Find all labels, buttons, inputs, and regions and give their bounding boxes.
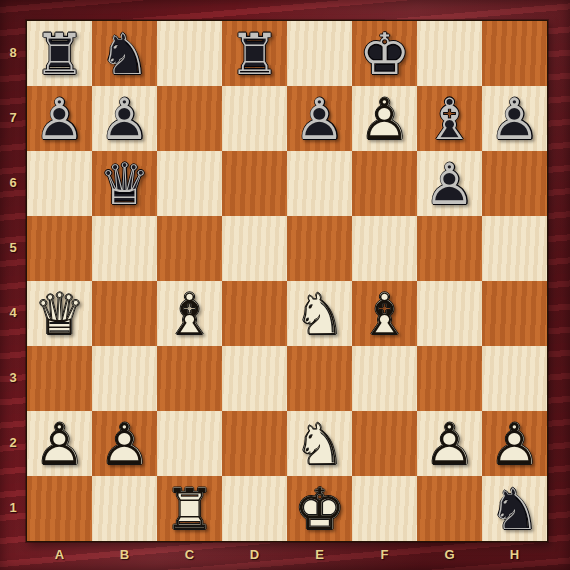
file-label-e: E [287, 542, 352, 568]
square-h4[interactable] [482, 281, 547, 346]
square-f1[interactable] [352, 476, 417, 541]
piece-white-pawn-b2[interactable]: ♟♙ [92, 411, 157, 476]
piece-black-pawn-a7[interactable]: ♟♙ [27, 86, 92, 151]
file-label-a: A [27, 542, 92, 568]
piece-black-bishop-g7[interactable]: ♝♗ [417, 86, 482, 151]
square-h7[interactable]: ♟♙ [482, 86, 547, 151]
rook-detail-icon: ♖ [157, 476, 222, 541]
black-rook-icon: ♜ [222, 21, 287, 86]
rank-label-1: 1 [0, 475, 26, 540]
square-d4[interactable] [222, 281, 287, 346]
black-rook-icon: ♜ [27, 21, 92, 86]
piece-white-pawn-g2[interactable]: ♟♙ [417, 411, 482, 476]
white-bishop-icon: ♝ [157, 281, 222, 346]
square-e3[interactable] [287, 346, 352, 411]
square-a2[interactable]: ♟♙ [27, 411, 92, 476]
square-e2[interactable]: ♞♘ [287, 411, 352, 476]
square-b4[interactable] [92, 281, 157, 346]
pawn-detail-icon: ♙ [27, 411, 92, 476]
black-bishop-icon: ♝ [417, 86, 482, 151]
piece-white-rook-c1[interactable]: ♜♖ [157, 476, 222, 541]
square-h6[interactable] [482, 151, 547, 216]
square-c4[interactable]: ♝♗ [157, 281, 222, 346]
white-bishop-icon: ♝ [352, 281, 417, 346]
piece-black-rook-a8[interactable]: ♜♖ [27, 21, 92, 86]
square-h1[interactable]: ♞♘ [482, 476, 547, 541]
file-label-d: D [222, 542, 287, 568]
piece-black-king-f8[interactable]: ♚♔ [352, 21, 417, 86]
rank-label-5: 5 [0, 215, 26, 280]
square-b3[interactable] [92, 346, 157, 411]
square-f6[interactable] [352, 151, 417, 216]
bishop-detail-icon: ♗ [157, 281, 222, 346]
square-h5[interactable] [482, 216, 547, 281]
rank-label-7: 7 [0, 85, 26, 150]
square-g8[interactable] [417, 21, 482, 86]
square-g7[interactable]: ♝♗ [417, 86, 482, 151]
square-d8[interactable]: ♜♖ [222, 21, 287, 86]
rank-label-8: 8 [0, 20, 26, 85]
square-b5[interactable] [92, 216, 157, 281]
file-label-h: H [482, 542, 547, 568]
white-knight-icon: ♞ [287, 411, 352, 476]
white-pawn-icon: ♟ [417, 411, 482, 476]
chess-board-frame: ♜♖♞♘♜♖♚♔♟♙♟♙♟♙♟♙♝♗♟♙♛♕♟♙♛♕♝♗♞♘♝♗♟♙♟♙♞♘♟♙… [0, 0, 570, 570]
square-a1[interactable] [27, 476, 92, 541]
piece-black-queen-b6[interactable]: ♛♕ [92, 151, 157, 216]
black-pawn-icon: ♟ [482, 86, 547, 151]
square-e4[interactable]: ♞♘ [287, 281, 352, 346]
pawn-detail-icon: ♙ [352, 86, 417, 151]
square-f8[interactable]: ♚♔ [352, 21, 417, 86]
queen-detail-icon: ♕ [27, 281, 92, 346]
square-g6[interactable]: ♟♙ [417, 151, 482, 216]
white-king-icon: ♚ [287, 476, 352, 541]
square-c2[interactable] [157, 411, 222, 476]
pawn-detail-icon: ♙ [92, 411, 157, 476]
square-d5[interactable] [222, 216, 287, 281]
square-e6[interactable] [287, 151, 352, 216]
file-label-b: B [92, 542, 157, 568]
square-b6[interactable]: ♛♕ [92, 151, 157, 216]
square-b7[interactable]: ♟♙ [92, 86, 157, 151]
bishop-detail-icon: ♗ [417, 86, 482, 151]
square-h2[interactable]: ♟♙ [482, 411, 547, 476]
queen-detail-icon: ♕ [92, 151, 157, 216]
black-knight-icon: ♞ [92, 21, 157, 86]
square-h3[interactable] [482, 346, 547, 411]
square-c6[interactable] [157, 151, 222, 216]
rank-label-2: 2 [0, 410, 26, 475]
piece-black-knight-b8[interactable]: ♞♘ [92, 21, 157, 86]
file-label-c: C [157, 542, 222, 568]
square-b2[interactable]: ♟♙ [92, 411, 157, 476]
square-g2[interactable]: ♟♙ [417, 411, 482, 476]
piece-black-pawn-b7[interactable]: ♟♙ [92, 86, 157, 151]
piece-black-rook-d8[interactable]: ♜♖ [222, 21, 287, 86]
piece-black-pawn-h7[interactable]: ♟♙ [482, 86, 547, 151]
black-pawn-icon: ♟ [27, 86, 92, 151]
black-queen-icon: ♛ [92, 151, 157, 216]
piece-white-pawn-f7[interactable]: ♟♙ [352, 86, 417, 151]
black-knight-icon: ♞ [482, 476, 547, 541]
white-pawn-icon: ♟ [352, 86, 417, 151]
square-a7[interactable]: ♟♙ [27, 86, 92, 151]
piece-white-bishop-f4[interactable]: ♝♗ [352, 281, 417, 346]
knight-detail-icon: ♘ [287, 281, 352, 346]
white-knight-icon: ♞ [287, 281, 352, 346]
piece-white-king-e1[interactable]: ♚♔ [287, 476, 352, 541]
square-a5[interactable] [27, 216, 92, 281]
square-d2[interactable] [222, 411, 287, 476]
pawn-detail-icon: ♙ [92, 86, 157, 151]
king-detail-icon: ♔ [352, 21, 417, 86]
rook-detail-icon: ♖ [27, 21, 92, 86]
piece-white-pawn-a2[interactable]: ♟♙ [27, 411, 92, 476]
square-b1[interactable] [92, 476, 157, 541]
square-f3[interactable] [352, 346, 417, 411]
king-detail-icon: ♔ [287, 476, 352, 541]
white-pawn-icon: ♟ [482, 411, 547, 476]
white-pawn-icon: ♟ [92, 411, 157, 476]
pawn-detail-icon: ♙ [482, 411, 547, 476]
black-pawn-icon: ♟ [92, 86, 157, 151]
square-f2[interactable] [352, 411, 417, 476]
pawn-detail-icon: ♙ [417, 411, 482, 476]
piece-white-pawn-h2[interactable]: ♟♙ [482, 411, 547, 476]
pawn-detail-icon: ♙ [27, 86, 92, 151]
file-label-g: G [417, 542, 482, 568]
square-g3[interactable] [417, 346, 482, 411]
file-label-f: F [352, 542, 417, 568]
pawn-detail-icon: ♙ [287, 86, 352, 151]
knight-detail-icon: ♘ [287, 411, 352, 476]
square-c8[interactable] [157, 21, 222, 86]
square-g1[interactable] [417, 476, 482, 541]
pawn-detail-icon: ♙ [417, 151, 482, 216]
piece-white-bishop-c4[interactable]: ♝♗ [157, 281, 222, 346]
square-b8[interactable]: ♞♘ [92, 21, 157, 86]
pawn-detail-icon: ♙ [482, 86, 547, 151]
square-e1[interactable]: ♚♔ [287, 476, 352, 541]
square-e5[interactable] [287, 216, 352, 281]
square-d1[interactable] [222, 476, 287, 541]
bishop-detail-icon: ♗ [352, 281, 417, 346]
square-f4[interactable]: ♝♗ [352, 281, 417, 346]
white-pawn-icon: ♟ [27, 411, 92, 476]
knight-detail-icon: ♘ [482, 476, 547, 541]
piece-black-pawn-e7[interactable]: ♟♙ [287, 86, 352, 151]
square-a8[interactable]: ♜♖ [27, 21, 92, 86]
square-h8[interactable] [482, 21, 547, 86]
white-rook-icon: ♜ [157, 476, 222, 541]
rank-label-3: 3 [0, 345, 26, 410]
piece-white-knight-e2[interactable]: ♞♘ [287, 411, 352, 476]
piece-black-pawn-g6[interactable]: ♟♙ [417, 151, 482, 216]
rank-label-6: 6 [0, 150, 26, 215]
square-a4[interactable]: ♛♕ [27, 281, 92, 346]
black-pawn-icon: ♟ [287, 86, 352, 151]
board: ♜♖♞♘♜♖♚♔♟♙♟♙♟♙♟♙♝♗♟♙♛♕♟♙♛♕♝♗♞♘♝♗♟♙♟♙♞♘♟♙… [26, 20, 548, 542]
square-c5[interactable] [157, 216, 222, 281]
piece-white-knight-e4[interactable]: ♞♘ [287, 281, 352, 346]
square-d7[interactable] [222, 86, 287, 151]
square-f5[interactable] [352, 216, 417, 281]
square-f7[interactable]: ♟♙ [352, 86, 417, 151]
piece-black-knight-h1[interactable]: ♞♘ [482, 476, 547, 541]
black-pawn-icon: ♟ [417, 151, 482, 216]
square-d6[interactable] [222, 151, 287, 216]
square-c1[interactable]: ♜♖ [157, 476, 222, 541]
square-g4[interactable] [417, 281, 482, 346]
piece-white-queen-a4[interactable]: ♛♕ [27, 281, 92, 346]
rank-label-4: 4 [0, 280, 26, 345]
knight-detail-icon: ♘ [92, 21, 157, 86]
rook-detail-icon: ♖ [222, 21, 287, 86]
square-c3[interactable] [157, 346, 222, 411]
square-c7[interactable] [157, 86, 222, 151]
square-a3[interactable] [27, 346, 92, 411]
square-e8[interactable] [287, 21, 352, 86]
square-d3[interactable] [222, 346, 287, 411]
square-g5[interactable] [417, 216, 482, 281]
square-e7[interactable]: ♟♙ [287, 86, 352, 151]
white-queen-icon: ♛ [27, 281, 92, 346]
black-king-icon: ♚ [352, 21, 417, 86]
square-a6[interactable] [27, 151, 92, 216]
